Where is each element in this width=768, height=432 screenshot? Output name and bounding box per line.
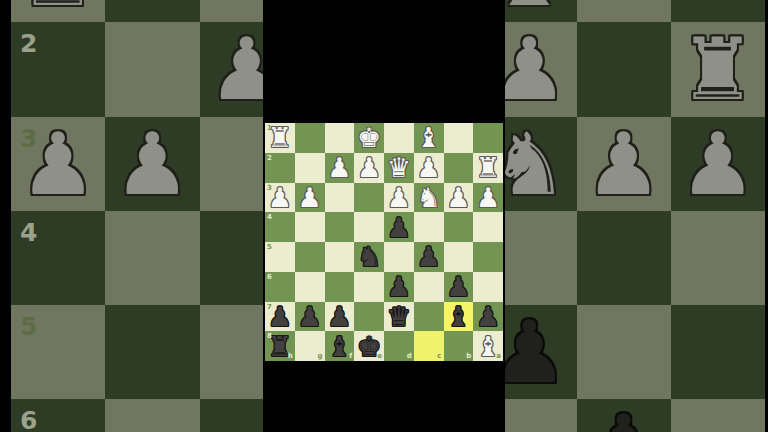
square-c7[interactable]	[414, 302, 444, 332]
rank-label-7: 7	[267, 303, 272, 311]
rank-label-2: 2	[267, 154, 272, 162]
square-b1[interactable]	[444, 123, 474, 153]
square-h5[interactable]: 5	[265, 242, 295, 272]
square-d2[interactable]: ♛	[384, 153, 414, 183]
white-rook: ♜	[20, 0, 97, 18]
square-e5[interactable]: ♞	[354, 242, 384, 272]
square-a5[interactable]	[473, 242, 503, 272]
bg-square-a2: ♜	[671, 22, 765, 116]
square-g5[interactable]	[295, 242, 325, 272]
white-pawn[interactable]: ♟	[357, 154, 381, 181]
square-b7[interactable]: ♝	[444, 302, 474, 332]
square-e2[interactable]: ♟	[354, 153, 384, 183]
bg-square-h6: 6	[11, 399, 105, 432]
file-label-b: b	[466, 352, 471, 360]
square-f3[interactable]	[325, 183, 355, 213]
file-label-d: d	[407, 352, 412, 360]
square-d6[interactable]: ♟	[384, 272, 414, 302]
square-f1[interactable]	[325, 123, 355, 153]
white-queen[interactable]: ♛	[387, 154, 411, 181]
video-frame: 1♜♚♝2♟♟♛♟♜3♟♟♟♞♟♟4♟5♞♟6♟♟7♟♟♟♛♝♟8♜♝♚♝ 1♜…	[0, 0, 768, 432]
black-pawn[interactable]: ♟	[298, 303, 322, 330]
black-pawn[interactable]: ♟	[327, 303, 351, 330]
bg-square-b4	[577, 211, 671, 305]
black-bishop[interactable]: ♝	[446, 303, 470, 330]
black-pawn[interactable]: ♟	[446, 273, 470, 300]
rank-label-3: 3	[267, 184, 272, 192]
black-pawn[interactable]: ♟	[476, 303, 500, 330]
bg-square-g5	[105, 305, 199, 399]
bg-square-b1	[577, 0, 671, 22]
square-a3[interactable]: ♟	[473, 183, 503, 213]
square-g7[interactable]: ♟	[295, 302, 325, 332]
square-f6[interactable]	[325, 272, 355, 302]
white-pawn[interactable]: ♟	[417, 154, 441, 181]
bg-square-h3: 3♟	[11, 117, 105, 211]
black-pawn[interactable]: ♟	[387, 214, 411, 241]
square-h1[interactable]: 1♜	[265, 123, 295, 153]
white-bishop[interactable]: ♝	[417, 124, 441, 151]
white-pawn[interactable]: ♟	[446, 184, 470, 211]
black-queen[interactable]: ♛	[387, 303, 411, 330]
square-h2[interactable]: 2	[265, 153, 295, 183]
white-pawn: ♟	[585, 121, 662, 207]
square-d5[interactable]	[384, 242, 414, 272]
bg-rank-label-4: 4	[20, 218, 37, 247]
square-e1[interactable]: ♚	[354, 123, 384, 153]
square-e4[interactable]	[354, 212, 384, 242]
square-f8[interactable]: f♝	[325, 331, 355, 361]
bg-square-g3: ♟	[105, 117, 199, 211]
file-label-a: a	[496, 352, 501, 360]
square-d7[interactable]: ♛	[384, 302, 414, 332]
white-pawn[interactable]: ♟	[298, 184, 322, 211]
square-f4[interactable]	[325, 212, 355, 242]
square-c5[interactable]: ♟	[414, 242, 444, 272]
file-label-g: g	[317, 352, 322, 360]
chess-board[interactable]: 1♜♚♝2♟♟♛♟♜3♟♟♟♞♟♟4♟5♞♟6♟♟7♟♟♟♛♝♟8h♜gf♝e♚…	[265, 123, 503, 361]
bg-square-a6	[671, 399, 765, 432]
square-b3[interactable]: ♟	[444, 183, 474, 213]
square-h7[interactable]: 7♟	[265, 302, 295, 332]
square-c6[interactable]	[414, 272, 444, 302]
rank-label-1: 1	[267, 124, 272, 132]
white-pawn[interactable]: ♟	[327, 154, 351, 181]
bg-square-h1: 1♜	[11, 0, 105, 22]
bg-square-b2	[577, 22, 671, 116]
white-pawn[interactable]: ♟	[476, 184, 500, 211]
bg-square-g6	[105, 399, 199, 432]
black-pawn[interactable]: ♟	[417, 243, 441, 270]
square-a4[interactable]	[473, 212, 503, 242]
bg-square-g4	[105, 211, 199, 305]
square-f2[interactable]: ♟	[325, 153, 355, 183]
bg-square-g2	[105, 22, 199, 116]
square-d8[interactable]: d	[384, 331, 414, 361]
square-g4[interactable]	[295, 212, 325, 242]
white-king[interactable]: ♚	[357, 124, 381, 151]
rank-label-4: 4	[267, 213, 272, 221]
square-f5[interactable]	[325, 242, 355, 272]
square-g1[interactable]	[295, 123, 325, 153]
square-h4[interactable]: 4	[265, 212, 295, 242]
bg-square-h2: 2	[11, 22, 105, 116]
square-e8[interactable]: e♚	[354, 331, 384, 361]
square-a2[interactable]: ♜	[473, 153, 503, 183]
square-a7[interactable]: ♟	[473, 302, 503, 332]
white-pawn[interactable]: ♟	[387, 184, 411, 211]
square-e7[interactable]	[354, 302, 384, 332]
square-c2[interactable]: ♟	[414, 153, 444, 183]
square-d3[interactable]: ♟	[384, 183, 414, 213]
file-label-c: c	[437, 352, 441, 360]
bg-rank-label-6: 6	[20, 406, 37, 432]
square-c8[interactable]: c	[414, 331, 444, 361]
square-b8[interactable]: b	[444, 331, 474, 361]
square-e3[interactable]	[354, 183, 384, 213]
white-knight[interactable]: ♞	[417, 184, 441, 211]
file-label-f: f	[349, 352, 352, 360]
square-b6[interactable]: ♟	[444, 272, 474, 302]
bg-square-g1	[105, 0, 199, 22]
bg-square-b6: ♟	[577, 399, 671, 432]
square-b4[interactable]	[444, 212, 474, 242]
square-h8[interactable]: 8h♜	[265, 331, 295, 361]
white-pawn: ♟	[679, 121, 756, 207]
rank-label-5: 5	[267, 243, 272, 251]
square-e6[interactable]	[354, 272, 384, 302]
rank-label-6: 6	[267, 273, 272, 281]
square-c1[interactable]: ♝	[414, 123, 444, 153]
square-a8[interactable]: a♝	[473, 331, 503, 361]
black-pawn[interactable]: ♟	[387, 273, 411, 300]
bg-square-h5: 5	[11, 305, 105, 399]
black-bishop[interactable]: ♝	[327, 333, 351, 360]
black-knight[interactable]: ♞	[357, 243, 381, 270]
square-h3[interactable]: 3♟	[265, 183, 295, 213]
white-pawn: ♟	[114, 121, 191, 207]
square-g8[interactable]: g	[295, 331, 325, 361]
black-pawn: ♟	[585, 403, 662, 432]
square-f7[interactable]: ♟	[325, 302, 355, 332]
bg-rank-label-5: 5	[20, 312, 37, 341]
square-b2[interactable]	[444, 153, 474, 183]
file-label-e: e	[377, 352, 382, 360]
square-c3[interactable]: ♞	[414, 183, 444, 213]
square-a1[interactable]	[473, 123, 503, 153]
square-g3[interactable]: ♟	[295, 183, 325, 213]
file-label-h: h	[288, 352, 293, 360]
bg-square-a5	[671, 305, 765, 399]
bg-square-b5	[577, 305, 671, 399]
rank-label-8: 8	[267, 332, 272, 340]
square-a6[interactable]	[473, 272, 503, 302]
bg-rank-label-2: 2	[20, 29, 37, 58]
square-d1[interactable]	[384, 123, 414, 153]
bg-square-a3: ♟	[671, 117, 765, 211]
bg-square-a4	[671, 211, 765, 305]
square-g2[interactable]	[295, 153, 325, 183]
white-rook[interactable]: ♜	[476, 154, 500, 181]
square-c4[interactable]	[414, 212, 444, 242]
square-b5[interactable]	[444, 242, 474, 272]
bg-rank-label-3: 3	[20, 124, 37, 153]
square-d4[interactable]: ♟	[384, 212, 414, 242]
bg-square-b3: ♟	[577, 117, 671, 211]
bg-square-h4: 4	[11, 211, 105, 305]
square-h6[interactable]: 6	[265, 272, 295, 302]
square-g6[interactable]	[295, 272, 325, 302]
white-rook: ♜	[679, 26, 756, 112]
